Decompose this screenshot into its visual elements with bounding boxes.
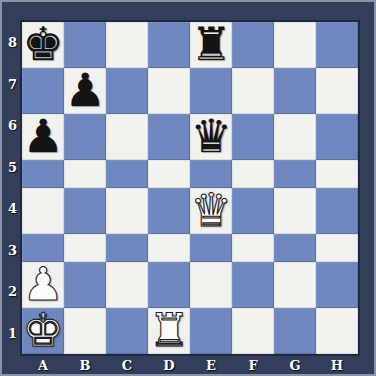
chess-board: ♚♜♟♟♛♛♟♚♜ (22, 22, 358, 354)
square-h3[interactable] (316, 234, 358, 262)
square-b1[interactable] (64, 308, 106, 354)
square-f1[interactable] (232, 308, 274, 354)
square-h2[interactable] (316, 262, 358, 308)
square-b7[interactable]: ♟ (64, 68, 106, 114)
piece-white-king: ♚ (22, 307, 63, 353)
piece-black-pawn: ♟ (64, 67, 105, 113)
square-c1[interactable] (106, 308, 148, 354)
square-e5[interactable] (190, 160, 232, 188)
square-g8[interactable] (274, 22, 316, 68)
file-labels: ABCDEFGH (22, 354, 358, 376)
square-f6[interactable] (232, 114, 274, 160)
rank-label-5: 5 (4, 147, 21, 189)
piece-black-rook: ♜ (190, 21, 231, 67)
square-d6[interactable] (148, 114, 190, 160)
square-b6[interactable] (64, 114, 106, 160)
square-f5[interactable] (232, 160, 274, 188)
file-label-c: C (106, 354, 148, 376)
square-c2[interactable] (106, 262, 148, 308)
square-e4[interactable]: ♛ (190, 188, 232, 234)
square-a8[interactable]: ♚ (22, 22, 64, 68)
square-f3[interactable] (232, 234, 274, 262)
square-d7[interactable] (148, 68, 190, 114)
rank-label-2: 2 (4, 271, 21, 313)
board-frame: 87654321 ♚♜♟♟♛♛♟♚♜ ABCDEFGH (0, 0, 376, 376)
piece-white-pawn: ♟ (22, 261, 63, 307)
square-f8[interactable] (232, 22, 274, 68)
square-d1[interactable]: ♜ (148, 308, 190, 354)
rank-label-6: 6 (4, 105, 21, 147)
square-e6[interactable]: ♛ (190, 114, 232, 160)
file-label-a: A (22, 354, 64, 376)
file-label-g: G (274, 354, 316, 376)
square-g1[interactable] (274, 308, 316, 354)
square-d4[interactable] (148, 188, 190, 234)
square-g6[interactable] (274, 114, 316, 160)
square-b2[interactable] (64, 262, 106, 308)
square-d8[interactable] (148, 22, 190, 68)
square-b8[interactable] (64, 22, 106, 68)
square-a5[interactable] (22, 160, 64, 188)
square-a3[interactable] (22, 234, 64, 262)
square-f7[interactable] (232, 68, 274, 114)
square-a4[interactable] (22, 188, 64, 234)
square-f4[interactable] (232, 188, 274, 234)
square-c5[interactable] (106, 160, 148, 188)
square-g3[interactable] (274, 234, 316, 262)
piece-black-king: ♚ (22, 21, 63, 67)
square-f2[interactable] (232, 262, 274, 308)
rank-label-7: 7 (4, 64, 21, 106)
square-a1[interactable]: ♚ (22, 308, 64, 354)
square-b5[interactable] (64, 160, 106, 188)
square-e1[interactable] (190, 308, 232, 354)
square-a2[interactable]: ♟ (22, 262, 64, 308)
square-e8[interactable]: ♜ (190, 22, 232, 68)
piece-white-queen: ♛ (190, 187, 231, 233)
rank-labels: 87654321 (4, 22, 21, 354)
square-g7[interactable] (274, 68, 316, 114)
rank-label-1: 1 (4, 313, 21, 355)
rank-label-4: 4 (4, 188, 21, 230)
square-e3[interactable] (190, 234, 232, 262)
square-h4[interactable] (316, 188, 358, 234)
square-h7[interactable] (316, 68, 358, 114)
square-g5[interactable] (274, 160, 316, 188)
piece-black-pawn: ♟ (22, 113, 63, 159)
square-d5[interactable] (148, 160, 190, 188)
rank-label-8: 8 (4, 22, 21, 64)
piece-black-queen: ♛ (190, 113, 231, 159)
square-h1[interactable] (316, 308, 358, 354)
square-h6[interactable] (316, 114, 358, 160)
square-c8[interactable] (106, 22, 148, 68)
square-a7[interactable] (22, 68, 64, 114)
square-c7[interactable] (106, 68, 148, 114)
square-g2[interactable] (274, 262, 316, 308)
square-g4[interactable] (274, 188, 316, 234)
square-b3[interactable] (64, 234, 106, 262)
piece-white-rook: ♜ (148, 307, 189, 353)
file-label-e: E (190, 354, 232, 376)
square-e2[interactable] (190, 262, 232, 308)
file-label-f: F (232, 354, 274, 376)
square-c3[interactable] (106, 234, 148, 262)
file-label-d: D (148, 354, 190, 376)
square-b4[interactable] (64, 188, 106, 234)
square-c4[interactable] (106, 188, 148, 234)
square-e7[interactable] (190, 68, 232, 114)
square-h5[interactable] (316, 160, 358, 188)
square-c6[interactable] (106, 114, 148, 160)
file-label-h: H (316, 354, 358, 376)
square-d2[interactable] (148, 262, 190, 308)
square-h8[interactable] (316, 22, 358, 68)
square-d3[interactable] (148, 234, 190, 262)
square-a6[interactable]: ♟ (22, 114, 64, 160)
rank-label-3: 3 (4, 230, 21, 272)
file-label-b: B (64, 354, 106, 376)
